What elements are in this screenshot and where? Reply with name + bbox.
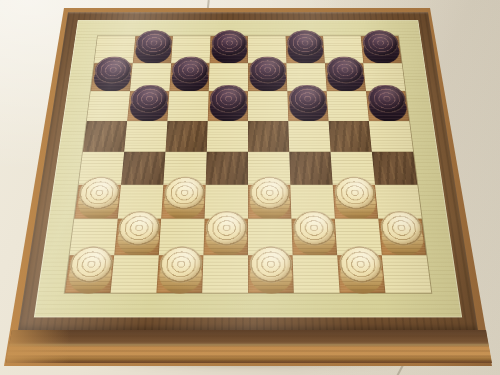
- piece-top: [205, 211, 246, 246]
- piece-top: [209, 85, 246, 113]
- light-piece[interactable]: [379, 211, 425, 257]
- piece-top: [249, 246, 292, 282]
- square-d2[interactable]: [203, 219, 248, 255]
- light-piece[interactable]: [205, 211, 247, 257]
- square-d4[interactable]: [206, 152, 248, 185]
- light-piece[interactable]: [338, 246, 384, 294]
- square-h8[interactable]: [361, 36, 402, 63]
- piece-top: [249, 177, 289, 210]
- square-b8[interactable]: [133, 36, 173, 63]
- light-piece[interactable]: [75, 177, 120, 221]
- dark-piece[interactable]: [92, 57, 132, 93]
- light-piece[interactable]: [293, 211, 336, 257]
- square-e3[interactable]: [248, 184, 291, 218]
- square-c3[interactable]: [161, 184, 206, 218]
- square-a5[interactable]: [83, 121, 127, 152]
- piece-top: [293, 211, 336, 246]
- square-c7[interactable]: [169, 63, 209, 91]
- square-c1[interactable]: [156, 255, 203, 293]
- light-piece[interactable]: [249, 177, 290, 221]
- square-f8[interactable]: [286, 36, 325, 63]
- piece-top: [288, 85, 326, 113]
- square-a3[interactable]: [74, 184, 121, 218]
- piece-top: [249, 57, 286, 84]
- square-d5: [207, 121, 248, 152]
- square-f5: [288, 121, 330, 152]
- dark-piece[interactable]: [134, 30, 172, 64]
- square-h2[interactable]: [378, 219, 426, 255]
- square-e7[interactable]: [248, 63, 287, 91]
- square-h4[interactable]: [372, 152, 417, 185]
- dark-piece[interactable]: [209, 85, 247, 123]
- square-h5: [369, 121, 413, 152]
- light-piece[interactable]: [249, 246, 292, 294]
- light-piece[interactable]: [333, 177, 377, 221]
- square-b6[interactable]: [127, 91, 169, 121]
- dark-piece[interactable]: [287, 30, 324, 64]
- dark-piece[interactable]: [361, 30, 400, 64]
- square-g7[interactable]: [325, 63, 366, 91]
- dark-piece[interactable]: [171, 57, 209, 93]
- square-c5[interactable]: [165, 121, 207, 152]
- light-piece[interactable]: [158, 246, 203, 294]
- board-frame: [18, 12, 478, 330]
- light-piece[interactable]: [116, 211, 161, 257]
- square-g1[interactable]: [337, 255, 385, 293]
- dark-piece[interactable]: [249, 57, 286, 93]
- square-f2[interactable]: [291, 219, 337, 255]
- dark-piece[interactable]: [367, 85, 408, 123]
- dark-piece[interactable]: [326, 57, 365, 93]
- dark-piece[interactable]: [288, 85, 327, 123]
- squares-grid: [65, 36, 431, 293]
- square-f6[interactable]: [287, 91, 328, 121]
- square-a7[interactable]: [91, 63, 133, 91]
- square-g5[interactable]: [329, 121, 372, 152]
- square-a1[interactable]: [65, 255, 114, 293]
- square-d8[interactable]: [210, 36, 248, 63]
- square-h6[interactable]: [366, 91, 409, 121]
- square-e5[interactable]: [248, 121, 289, 152]
- light-piece[interactable]: [66, 246, 114, 294]
- dark-piece[interactable]: [128, 85, 168, 123]
- square-b2[interactable]: [114, 219, 161, 255]
- square-d6[interactable]: [208, 91, 248, 121]
- dark-piece[interactable]: [211, 30, 247, 64]
- board-border: [34, 20, 462, 317]
- square-h1: [382, 255, 431, 293]
- light-piece[interactable]: [162, 177, 204, 221]
- piece-top: [211, 30, 247, 56]
- square-f4[interactable]: [289, 152, 332, 185]
- checkers-board: [18, 12, 478, 330]
- square-b5: [124, 121, 167, 152]
- square-b4[interactable]: [121, 152, 165, 185]
- square-g3[interactable]: [333, 184, 379, 218]
- square-e1[interactable]: [248, 255, 294, 293]
- piece-top: [287, 30, 324, 56]
